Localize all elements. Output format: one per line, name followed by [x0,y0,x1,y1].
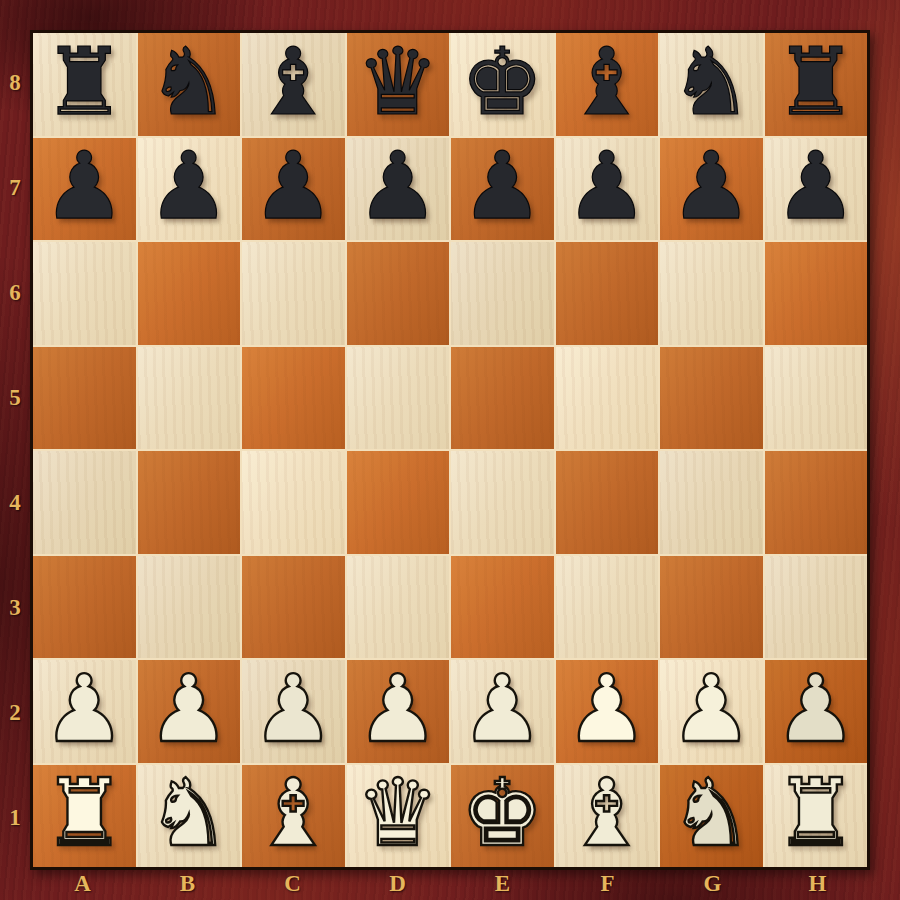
square-b7[interactable]: ♟ [138,138,241,241]
square-b6[interactable] [138,242,241,345]
rank-label-6: 6 [0,240,30,345]
black-queen[interactable]: ♛ [356,36,439,129]
black-bishop[interactable]: ♝ [252,36,335,129]
black-pawn[interactable]: ♟ [43,140,126,233]
square-b8[interactable]: ♞ [138,33,241,136]
square-b5[interactable] [138,347,241,450]
square-a4[interactable] [33,451,136,554]
square-c5[interactable] [242,347,345,450]
square-a7[interactable]: ♟ [33,138,136,241]
black-pawn[interactable]: ♟ [252,140,335,233]
chessboard-frame: 87654321 ♜♞♝♛♚♝♞♜♟♟♟♟♟♟♟♟♟♟♟♟♟♟♟♟♜♞♝♛♚♝♞… [0,0,900,900]
white-pawn[interactable]: ♟ [356,663,439,756]
square-g5[interactable] [660,347,763,450]
black-pawn[interactable]: ♟ [774,140,857,233]
black-pawn[interactable]: ♟ [670,140,753,233]
square-g7[interactable]: ♟ [660,138,763,241]
square-b3[interactable] [138,556,241,659]
square-h6[interactable] [765,242,868,345]
file-label-d: D [345,870,450,900]
rank-label-2: 2 [0,660,30,765]
white-bishop[interactable]: ♝ [252,767,335,860]
square-f4[interactable] [556,451,659,554]
white-bishop[interactable]: ♝ [565,767,648,860]
square-f1[interactable]: ♝ [556,765,659,868]
square-g3[interactable] [660,556,763,659]
square-g2[interactable]: ♟ [660,660,763,763]
square-g1[interactable]: ♞ [660,765,763,868]
square-d7[interactable]: ♟ [347,138,450,241]
square-d6[interactable] [347,242,450,345]
square-d5[interactable] [347,347,450,450]
square-h8[interactable]: ♜ [765,33,868,136]
square-h4[interactable] [765,451,868,554]
square-a6[interactable] [33,242,136,345]
white-pawn[interactable]: ♟ [147,663,230,756]
square-g4[interactable] [660,451,763,554]
black-knight[interactable]: ♞ [670,36,753,129]
square-c8[interactable]: ♝ [242,33,345,136]
black-rook[interactable]: ♜ [43,36,126,129]
square-a1[interactable]: ♜ [33,765,136,868]
square-a3[interactable] [33,556,136,659]
square-f3[interactable] [556,556,659,659]
file-label-g: G [660,870,765,900]
square-a5[interactable] [33,347,136,450]
square-g6[interactable] [660,242,763,345]
file-labels: ABCDEFGH [30,870,870,900]
square-d1[interactable]: ♛ [347,765,450,868]
square-f2[interactable]: ♟ [556,660,659,763]
white-pawn[interactable]: ♟ [461,663,544,756]
square-h1[interactable]: ♜ [765,765,868,868]
square-e5[interactable] [451,347,554,450]
square-c1[interactable]: ♝ [242,765,345,868]
square-f5[interactable] [556,347,659,450]
square-c6[interactable] [242,242,345,345]
square-h7[interactable]: ♟ [765,138,868,241]
file-label-a: A [30,870,135,900]
white-king[interactable]: ♚ [461,767,544,860]
square-e7[interactable]: ♟ [451,138,554,241]
file-label-f: F [555,870,660,900]
square-b2[interactable]: ♟ [138,660,241,763]
square-c3[interactable] [242,556,345,659]
black-king[interactable]: ♚ [461,36,544,129]
white-pawn[interactable]: ♟ [252,663,335,756]
square-d8[interactable]: ♛ [347,33,450,136]
rank-label-4: 4 [0,450,30,555]
white-pawn[interactable]: ♟ [774,663,857,756]
black-pawn[interactable]: ♟ [461,140,544,233]
black-pawn[interactable]: ♟ [356,140,439,233]
white-pawn[interactable]: ♟ [43,663,126,756]
black-rook[interactable]: ♜ [774,36,857,129]
square-f7[interactable]: ♟ [556,138,659,241]
square-h3[interactable] [765,556,868,659]
square-c2[interactable]: ♟ [242,660,345,763]
black-bishop[interactable]: ♝ [565,36,648,129]
black-pawn[interactable]: ♟ [565,140,648,233]
file-label-e: E [450,870,555,900]
rank-label-7: 7 [0,135,30,240]
square-e1[interactable]: ♚ [451,765,554,868]
rank-label-5: 5 [0,345,30,450]
square-d4[interactable] [347,451,450,554]
file-label-b: B [135,870,240,900]
white-rook[interactable]: ♜ [43,767,126,860]
rank-label-8: 8 [0,30,30,135]
file-label-c: C [240,870,345,900]
white-rook[interactable]: ♜ [774,767,857,860]
file-label-h: H [765,870,870,900]
square-e3[interactable] [451,556,554,659]
square-d2[interactable]: ♟ [347,660,450,763]
square-c7[interactable]: ♟ [242,138,345,241]
square-g8[interactable]: ♞ [660,33,763,136]
black-pawn[interactable]: ♟ [147,140,230,233]
square-e6[interactable] [451,242,554,345]
white-pawn[interactable]: ♟ [670,663,753,756]
square-c4[interactable] [242,451,345,554]
square-f8[interactable]: ♝ [556,33,659,136]
white-knight[interactable]: ♞ [147,767,230,860]
square-f6[interactable] [556,242,659,345]
square-b1[interactable]: ♞ [138,765,241,868]
square-e2[interactable]: ♟ [451,660,554,763]
square-e4[interactable] [451,451,554,554]
rank-labels: 87654321 [0,30,30,870]
square-a8[interactable]: ♜ [33,33,136,136]
square-a2[interactable]: ♟ [33,660,136,763]
square-d3[interactable] [347,556,450,659]
white-queen[interactable]: ♛ [356,767,439,860]
black-knight[interactable]: ♞ [147,36,230,129]
square-h5[interactable] [765,347,868,450]
square-b4[interactable] [138,451,241,554]
white-knight[interactable]: ♞ [670,767,753,860]
square-e8[interactable]: ♚ [451,33,554,136]
white-pawn[interactable]: ♟ [565,663,648,756]
rank-label-1: 1 [0,765,30,870]
rank-label-3: 3 [0,555,30,660]
square-h2[interactable]: ♟ [765,660,868,763]
board: ♜♞♝♛♚♝♞♜♟♟♟♟♟♟♟♟♟♟♟♟♟♟♟♟♜♞♝♛♚♝♞♜ [30,30,870,870]
